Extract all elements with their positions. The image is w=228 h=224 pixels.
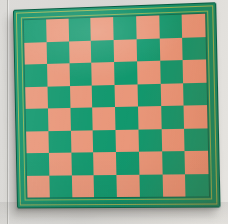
square-e4[interactable]	[115, 107, 138, 130]
square-h1[interactable]	[185, 174, 209, 197]
square-d4[interactable]	[92, 107, 115, 130]
square-g1[interactable]	[162, 174, 186, 197]
square-e1[interactable]	[116, 174, 139, 197]
square-d6[interactable]	[91, 62, 114, 85]
square-f2[interactable]	[139, 151, 162, 174]
square-h6[interactable]	[183, 59, 207, 82]
square-h3[interactable]	[184, 128, 208, 151]
square-d3[interactable]	[93, 129, 116, 152]
chessboard	[13, 2, 221, 208]
square-c7[interactable]	[69, 40, 92, 63]
wall-seam-line	[7, 0, 8, 224]
square-c6[interactable]	[69, 63, 92, 86]
square-h4[interactable]	[184, 105, 208, 128]
square-a8[interactable]	[24, 19, 47, 42]
square-b6[interactable]	[47, 63, 70, 86]
square-e6[interactable]	[114, 61, 137, 84]
square-f1[interactable]	[139, 174, 162, 197]
photo-background	[0, 0, 228, 224]
square-d2[interactable]	[93, 152, 116, 175]
square-a1[interactable]	[27, 175, 50, 197]
square-f6[interactable]	[137, 61, 160, 84]
board-grid	[24, 14, 209, 198]
square-g3[interactable]	[161, 128, 185, 151]
square-a5[interactable]	[25, 86, 48, 109]
square-h5[interactable]	[183, 82, 207, 105]
square-b3[interactable]	[48, 130, 71, 153]
square-b1[interactable]	[49, 175, 72, 197]
square-a2[interactable]	[27, 153, 50, 175]
square-d5[interactable]	[92, 85, 115, 108]
square-c8[interactable]	[68, 18, 91, 41]
square-b2[interactable]	[49, 153, 72, 176]
square-f8[interactable]	[136, 15, 159, 38]
square-d7[interactable]	[91, 40, 114, 63]
square-g6[interactable]	[160, 60, 184, 83]
square-h2[interactable]	[185, 151, 209, 174]
square-f3[interactable]	[138, 129, 161, 152]
square-e7[interactable]	[114, 39, 137, 62]
square-h7[interactable]	[182, 37, 206, 60]
square-a6[interactable]	[25, 64, 48, 87]
square-e3[interactable]	[115, 129, 138, 152]
square-c1[interactable]	[71, 175, 94, 198]
square-b4[interactable]	[48, 108, 71, 131]
square-f7[interactable]	[136, 38, 159, 61]
square-b8[interactable]	[46, 19, 69, 42]
square-g8[interactable]	[159, 15, 183, 38]
square-e2[interactable]	[116, 152, 139, 175]
square-e8[interactable]	[113, 16, 136, 39]
square-b7[interactable]	[46, 41, 69, 64]
square-a3[interactable]	[26, 131, 49, 154]
square-c5[interactable]	[70, 85, 93, 108]
square-e5[interactable]	[115, 84, 138, 107]
square-a4[interactable]	[26, 108, 49, 131]
square-g4[interactable]	[161, 106, 185, 129]
square-c4[interactable]	[70, 107, 93, 130]
square-b5[interactable]	[47, 86, 70, 109]
square-d1[interactable]	[94, 175, 117, 198]
square-g5[interactable]	[160, 83, 184, 106]
square-g2[interactable]	[162, 151, 186, 174]
square-c2[interactable]	[71, 152, 94, 175]
square-f5[interactable]	[137, 83, 160, 106]
square-h8[interactable]	[182, 14, 206, 38]
square-c3[interactable]	[70, 130, 93, 153]
square-f4[interactable]	[138, 106, 161, 129]
square-g7[interactable]	[159, 37, 183, 60]
square-d8[interactable]	[91, 17, 114, 40]
square-a7[interactable]	[24, 42, 47, 65]
